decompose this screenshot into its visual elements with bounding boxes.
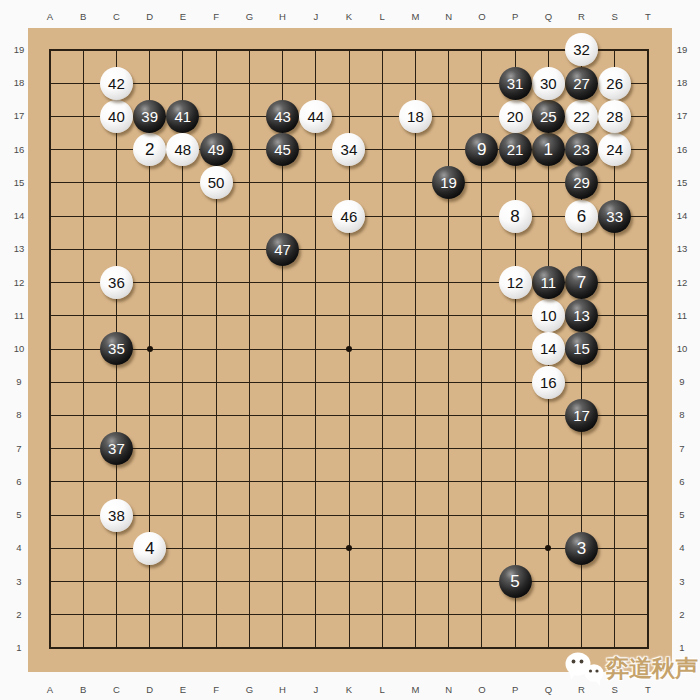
row-label-right-10: 10 (677, 344, 688, 354)
row-label-right-4: 4 (679, 543, 684, 553)
row-label-right-9: 9 (679, 377, 684, 387)
col-label-top-N: N (445, 12, 452, 22)
row-label-left-13: 13 (14, 244, 25, 254)
row-label-left-5: 5 (16, 510, 21, 520)
row-label-left-2: 2 (16, 610, 21, 620)
row-label-right-17: 17 (677, 111, 688, 121)
row-label-left-6: 6 (16, 477, 21, 487)
col-label-bottom-G: G (246, 685, 253, 695)
col-label-top-J: J (313, 12, 318, 22)
col-label-top-P: P (512, 12, 518, 22)
row-label-right-14: 14 (677, 211, 688, 221)
row-label-right-8: 8 (679, 410, 684, 420)
row-label-left-12: 12 (14, 278, 25, 288)
col-label-bottom-O: O (478, 685, 485, 695)
row-label-right-12: 12 (677, 278, 688, 288)
col-label-top-H: H (279, 12, 286, 22)
col-label-bottom-N: N (445, 685, 452, 695)
row-label-left-9: 9 (16, 377, 21, 387)
col-label-top-S: S (612, 12, 618, 22)
col-label-top-T: T (645, 12, 651, 22)
col-label-bottom-P: P (512, 685, 518, 695)
row-label-right-2: 2 (679, 610, 684, 620)
row-label-right-6: 6 (679, 477, 684, 487)
col-label-top-Q: Q (545, 12, 552, 22)
row-label-left-8: 8 (16, 410, 21, 420)
row-label-left-17: 17 (14, 111, 25, 121)
row-label-left-16: 16 (14, 145, 25, 155)
row-label-right-7: 7 (679, 444, 684, 454)
row-label-left-14: 14 (14, 211, 25, 221)
row-label-right-16: 16 (677, 145, 688, 155)
row-label-left-4: 4 (16, 543, 21, 553)
row-label-left-15: 15 (14, 178, 25, 188)
col-label-bottom-F: F (213, 685, 219, 695)
row-label-left-18: 18 (14, 78, 25, 88)
watermark-text: 弈道秋声 (606, 653, 698, 684)
col-label-top-M: M (411, 12, 419, 22)
col-label-bottom-K: K (346, 685, 352, 695)
col-label-top-C: C (113, 12, 120, 22)
row-label-left-7: 7 (16, 444, 21, 454)
row-label-right-18: 18 (677, 78, 688, 88)
row-label-right-19: 19 (677, 45, 688, 55)
col-label-bottom-M: M (411, 685, 419, 695)
col-label-top-E: E (180, 12, 186, 22)
col-label-bottom-Q: Q (545, 685, 552, 695)
row-label-right-3: 3 (679, 577, 684, 587)
row-label-left-19: 19 (14, 45, 25, 55)
col-label-top-R: R (578, 12, 585, 22)
col-label-top-K: K (346, 12, 352, 22)
wechat-icon (564, 648, 606, 688)
col-label-top-G: G (246, 12, 253, 22)
col-label-top-D: D (146, 12, 153, 22)
col-label-bottom-L: L (380, 685, 385, 695)
col-label-bottom-E: E (180, 685, 186, 695)
col-label-top-B: B (80, 12, 86, 22)
col-label-top-O: O (478, 12, 485, 22)
row-label-right-15: 15 (677, 178, 688, 188)
go-diagram: 1234567891011121314151617181920212223242… (0, 0, 700, 700)
col-label-bottom-A: A (47, 685, 53, 695)
row-label-right-11: 11 (677, 311, 687, 321)
watermark: 弈道秋声 (564, 647, 700, 689)
col-label-bottom-B: B (80, 685, 86, 695)
row-label-left-1: 1 (16, 643, 21, 653)
col-label-bottom-H: H (279, 685, 286, 695)
row-label-left-10: 10 (14, 344, 25, 354)
col-label-bottom-J: J (313, 685, 318, 695)
col-label-top-A: A (47, 12, 53, 22)
col-label-top-L: L (380, 12, 385, 22)
col-label-top-F: F (213, 12, 219, 22)
row-label-right-13: 13 (677, 244, 688, 254)
col-label-bottom-C: C (113, 685, 120, 695)
coordinate-labels: AABBCCDDEEFFGGHHJJKKLLMMNNOOPPQQRRSSTT19… (0, 0, 700, 700)
row-label-right-5: 5 (679, 510, 684, 520)
row-label-left-11: 11 (14, 311, 24, 321)
row-label-left-3: 3 (16, 577, 21, 587)
col-label-bottom-D: D (146, 685, 153, 695)
